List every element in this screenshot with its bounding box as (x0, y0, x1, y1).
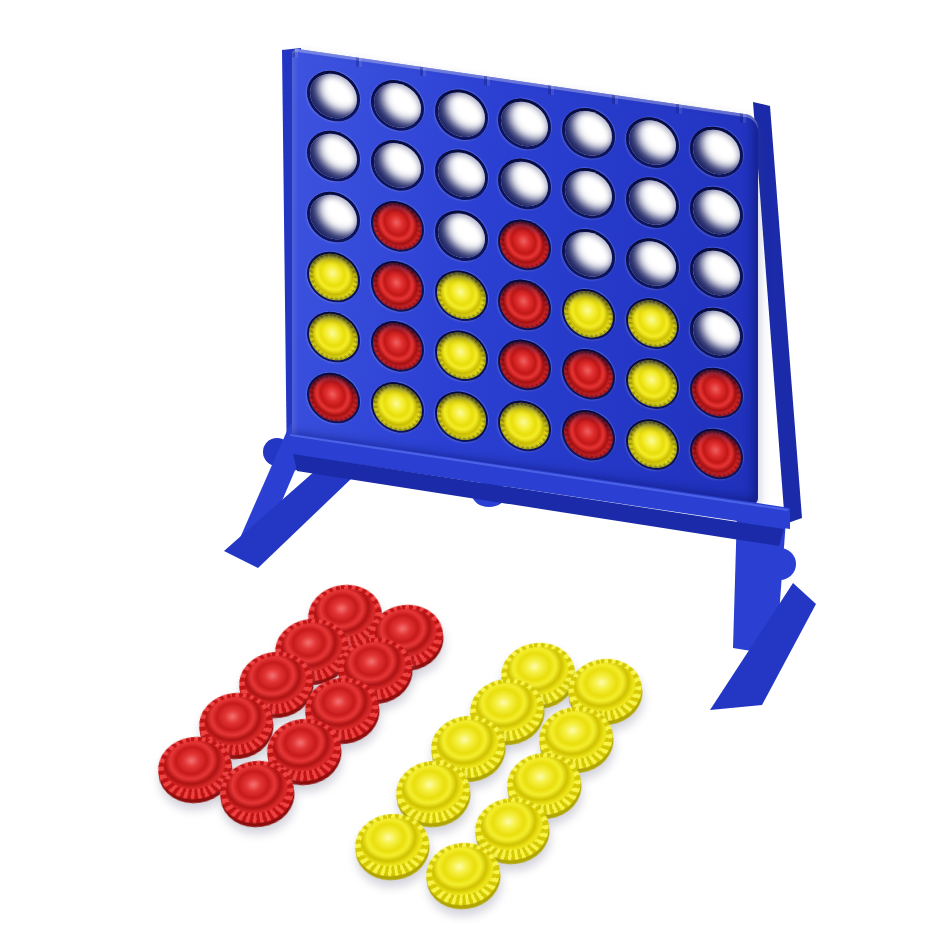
red-spare-checker (216, 756, 298, 828)
connect4-product-photo (0, 0, 950, 950)
yellow-spare-checker (351, 809, 433, 881)
yellow-spare-checker (422, 838, 504, 910)
